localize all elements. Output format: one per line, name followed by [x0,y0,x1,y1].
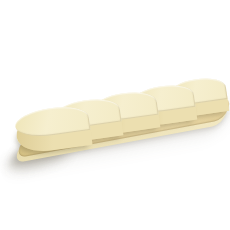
product-photo [0,0,230,230]
